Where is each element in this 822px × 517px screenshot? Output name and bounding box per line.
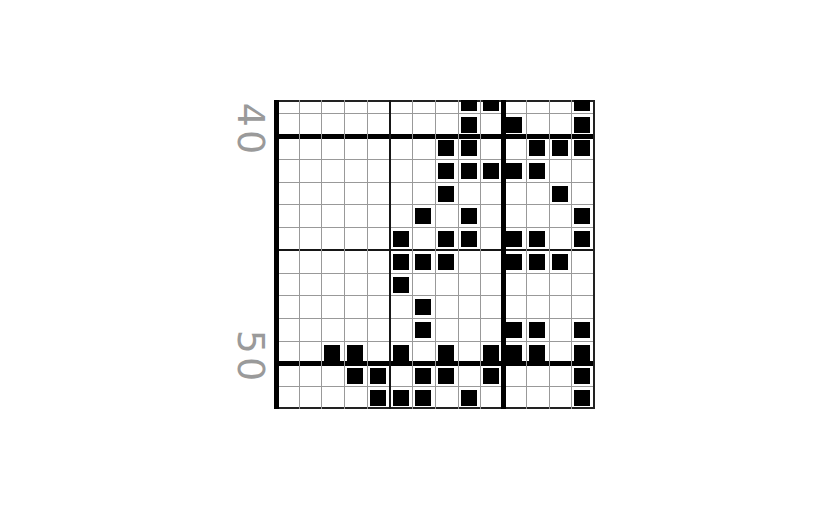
stitch-cell-filled — [483, 100, 499, 111]
stitch-cell-filled — [438, 345, 454, 361]
stitch-cell-filled — [574, 117, 590, 133]
gridline-vertical — [367, 100, 368, 409]
stitch-cell-filled — [574, 345, 590, 361]
stitch-cell-filled — [393, 277, 409, 293]
stitch-cell-filled — [552, 140, 568, 156]
gridline-vertical — [274, 100, 279, 409]
stitch-cell-filled — [324, 345, 340, 361]
stitch-cell-filled — [574, 322, 590, 338]
gridline-vertical — [549, 100, 550, 409]
stitch-cell-filled — [415, 390, 431, 406]
stitch-cell-filled — [506, 345, 522, 361]
stitch-grid — [276, 100, 594, 409]
gridline-vertical — [458, 100, 459, 409]
stitch-cell-filled — [506, 163, 522, 179]
gridline-vertical — [526, 100, 527, 409]
stitch-cell-filled — [574, 368, 590, 384]
stitch-cell-filled — [415, 254, 431, 270]
stitch-cell-filled — [483, 368, 499, 384]
stitch-cell-filled — [529, 322, 545, 338]
gridline-vertical — [501, 100, 506, 409]
stitch-cell-filled — [438, 186, 454, 202]
stitch-cell-filled — [438, 368, 454, 384]
gridline-vertical — [412, 100, 413, 409]
stitch-cell-filled — [506, 322, 522, 338]
pattern-viewport: 40 50 — [0, 0, 822, 517]
stitch-cell-filled — [415, 368, 431, 384]
stitch-cell-filled — [438, 163, 454, 179]
stitch-cell-filled — [347, 368, 363, 384]
gridline-vertical — [321, 100, 322, 409]
stitch-cell-filled — [574, 390, 590, 406]
stitch-cell-filled — [438, 140, 454, 156]
stitch-cell-filled — [529, 140, 545, 156]
stitch-cell-filled — [574, 208, 590, 224]
stitch-cell-filled — [415, 208, 431, 224]
stitch-cell-filled — [393, 390, 409, 406]
stitch-cell-filled — [461, 140, 477, 156]
gridline-vertical — [593, 100, 595, 409]
stitch-cell-filled — [529, 231, 545, 247]
stitch-cell-filled — [574, 231, 590, 247]
stitch-cell-filled — [461, 100, 477, 111]
stitch-cell-filled — [461, 208, 477, 224]
row-line-label-40: 40 — [231, 90, 271, 170]
stitch-cell-filled — [461, 231, 477, 247]
stitch-cell-filled — [370, 368, 386, 384]
stitch-cell-filled — [347, 345, 363, 361]
stitch-cell-filled — [393, 231, 409, 247]
stitch-cell-filled — [370, 390, 386, 406]
gridline-vertical — [389, 100, 391, 409]
stitch-cell-filled — [393, 345, 409, 361]
stitch-cell-filled — [529, 163, 545, 179]
stitch-cell-filled — [393, 254, 409, 270]
stitch-cell-filled — [506, 231, 522, 247]
stitch-cell-filled — [415, 299, 431, 315]
gridline-vertical — [344, 100, 345, 409]
stitch-cell-filled — [574, 140, 590, 156]
stitch-cell-filled — [574, 100, 590, 111]
stitch-cell-filled — [438, 231, 454, 247]
row-line-label-50: 50 — [231, 317, 271, 397]
stitch-cell-filled — [506, 254, 522, 270]
stitch-cell-filled — [529, 345, 545, 361]
stitch-cell-filled — [461, 163, 477, 179]
stitch-cell-filled — [461, 117, 477, 133]
stitch-cell-filled — [506, 117, 522, 133]
gridline-vertical — [435, 100, 436, 409]
stitch-cell-filled — [552, 254, 568, 270]
stitch-cell-filled — [483, 345, 499, 361]
stitch-cell-filled — [415, 322, 431, 338]
stitch-cell-filled — [461, 390, 477, 406]
gridline-vertical — [299, 100, 300, 409]
stitch-cell-filled — [438, 254, 454, 270]
stitch-cell-filled — [529, 254, 545, 270]
gridline-vertical — [480, 100, 481, 409]
stitch-cell-filled — [483, 163, 499, 179]
gridline-vertical — [571, 100, 572, 409]
stitch-cell-filled — [552, 186, 568, 202]
